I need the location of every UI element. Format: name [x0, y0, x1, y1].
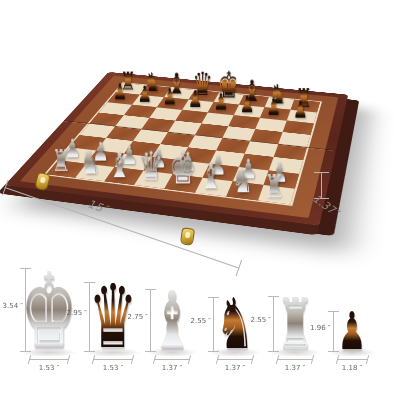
height-label: 1.96 ″	[301, 324, 331, 332]
base-dimension-line	[217, 359, 253, 360]
piece-size-lineup: ♚3.54 ″1.53 ″♛2.95 ″1.53 ″♝2.75 ″1.37 ″♞…	[0, 255, 400, 400]
board-square-d5	[168, 121, 202, 135]
chess-piece-black: ♟	[111, 81, 130, 103]
height-label: 2.55 ″	[241, 316, 271, 324]
height-dimension-line	[89, 282, 90, 352]
product-photo: ♜♞♝♛♚♝♞♜♟♟♟♟♟♟♟♟♟♟♟♟♟♟♟♟♜♞♝♛♚♝♞♜ 15″ 1.3…	[0, 0, 400, 270]
chess-piece-black: ♟	[211, 91, 230, 114]
board-square-g7: ♟	[260, 107, 291, 120]
height-dimension-line	[333, 311, 334, 352]
chess-piece-black: ♟	[186, 88, 205, 111]
chess-piece-black: ♟	[160, 86, 179, 108]
pawn-figure: ♟	[338, 311, 367, 352]
chess-piece-black: ♟	[237, 93, 256, 116]
chess-piece-white: ♝	[108, 148, 130, 183]
height-dimension-line	[150, 289, 151, 352]
height-label: 2.55 ″	[181, 317, 211, 325]
height-label: 2.75 ″	[118, 313, 148, 321]
chess-board-3d: ♜♞♝♛♚♝♞♜♟♟♟♟♟♟♟♟♟♟♟♟♟♟♟♟♜♞♝♛♚♝♞♜	[5, 72, 348, 226]
height-dimension-line	[25, 268, 26, 352]
board-square-h1: ♜	[258, 185, 295, 204]
board-square-c5	[141, 118, 175, 132]
base-dimension-line	[29, 359, 69, 360]
chess-piece-white: ♞	[231, 164, 254, 197]
knight-figure: ♞	[216, 297, 255, 352]
board-square-e7: ♟	[208, 102, 239, 115]
board-square-d7: ♟	[182, 100, 214, 113]
brass-latch-icon	[180, 227, 195, 246]
height-dimension-line	[213, 297, 214, 352]
chess-piece-white: ♜	[263, 170, 286, 201]
chess-piece-black: ♟	[291, 98, 311, 121]
chess-piece-black: ♟	[135, 83, 154, 105]
height-dimension-line	[273, 296, 274, 352]
chess-piece-white: ♛	[138, 147, 161, 186]
board-square-e1: ♚	[164, 174, 202, 193]
chess-board-grid: ♜♞♝♛♚♝♞♜♟♟♟♟♟♟♟♟♟♟♟♟♟♟♟♟♜♞♝♛♚♝♞♜	[44, 82, 323, 206]
chess-piece-white: ♜	[50, 146, 72, 176]
board-square-f5	[222, 126, 255, 141]
base-label: 1.18 ″	[307, 364, 397, 372]
lineup-item-pawn: ♟1.96 ″1.18 ″	[307, 255, 397, 385]
board-box: ♜♞♝♛♚♝♞♜♟♟♟♟♟♟♟♟♟♟♟♟♟♟♟♟♜♞♝♛♚♝♞♜	[5, 72, 348, 226]
height-label: 3.54 ″	[0, 302, 23, 310]
height-label: 2.95 ″	[57, 309, 87, 317]
chess-piece-white: ♞	[79, 147, 101, 179]
chess-piece-white: ♝	[199, 159, 222, 194]
board-square-h7: ♟	[287, 110, 317, 124]
chess-piece-black: ♟	[264, 96, 283, 119]
base-dimension-line	[154, 359, 190, 360]
board-frame: ♜♞♝♛♚♝♞♜♟♟♟♟♟♟♟♟♟♟♟♟♟♟♟♟♜♞♝♛♚♝♞♜	[20, 76, 338, 218]
base-dimension-line	[337, 359, 368, 360]
board-width-label: 15″	[86, 197, 110, 216]
chess-piece-white: ♚	[169, 146, 192, 190]
